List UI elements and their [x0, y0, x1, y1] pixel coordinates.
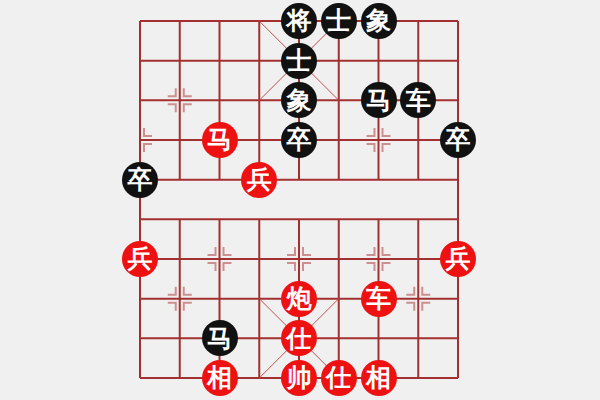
red-pawn[interactable]: 兵 — [440, 241, 476, 277]
xiangqi-board: 将士象士象马车马卒卒卒兵兵兵炮车马仕相帅仕相 — [120, 1, 478, 398]
black-elephant[interactable]: 象 — [281, 82, 317, 118]
red-elephant[interactable]: 相 — [202, 360, 238, 396]
black-general[interactable]: 将 — [281, 3, 317, 39]
red-general[interactable]: 帅 — [281, 360, 317, 396]
red-pawn[interactable]: 兵 — [122, 241, 158, 277]
red-chariot[interactable]: 车 — [361, 281, 397, 317]
black-pawn[interactable]: 卒 — [281, 122, 317, 158]
xiangqi-app-screen: 将士象士象马车马卒卒卒兵兵兵炮车马仕相帅仕相 — [0, 0, 600, 400]
red-advisor[interactable]: 仕 — [321, 360, 357, 396]
red-cannon[interactable]: 炮 — [281, 281, 317, 317]
black-advisor[interactable]: 士 — [281, 43, 317, 79]
black-pawn[interactable]: 卒 — [122, 162, 158, 198]
black-chariot[interactable]: 车 — [400, 82, 436, 118]
black-pawn[interactable]: 卒 — [440, 122, 476, 158]
red-horse[interactable]: 马 — [202, 122, 238, 158]
black-advisor[interactable]: 士 — [321, 3, 357, 39]
red-pawn[interactable]: 兵 — [241, 162, 277, 198]
black-horse[interactable]: 马 — [361, 82, 397, 118]
black-elephant[interactable]: 象 — [361, 3, 397, 39]
red-advisor[interactable]: 仕 — [281, 320, 317, 356]
red-elephant[interactable]: 相 — [361, 360, 397, 396]
black-horse[interactable]: 马 — [202, 320, 238, 356]
